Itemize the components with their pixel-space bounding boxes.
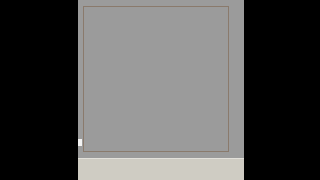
chess-board[interactable]: [84, 7, 228, 151]
status-panel: [78, 158, 244, 180]
file-labels-top: [84, 0, 228, 6]
chess-gui-panel: [78, 0, 244, 180]
pillarbox-left: [0, 0, 78, 180]
pillarbox-right: [244, 0, 320, 180]
rank-labels-right: [229, 7, 235, 151]
video-frame: [0, 0, 320, 180]
side-to-move-indicator: [78, 139, 82, 146]
engine-eval-line: [78, 159, 244, 164]
